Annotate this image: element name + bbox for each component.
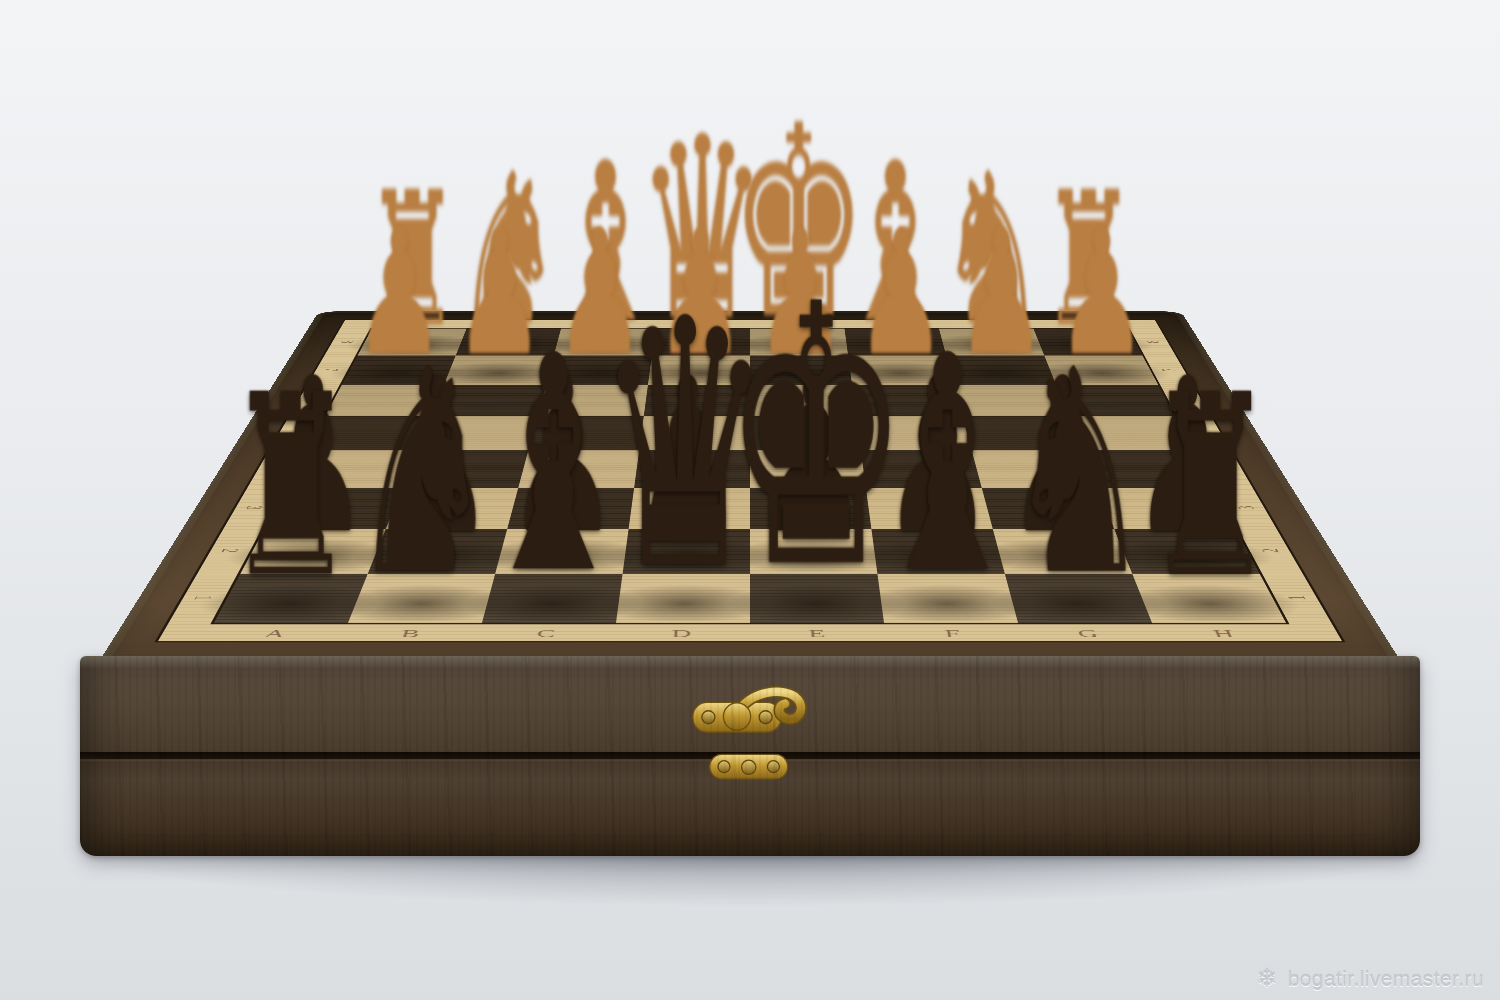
black-king-e1[interactable]: ♚ xyxy=(750,574,884,624)
rook-glyph: ♜ xyxy=(1145,373,1275,603)
rank-label-left-4: 4 xyxy=(215,462,335,475)
rank-label-right-3: 3 xyxy=(1183,501,1309,515)
rank-label-right-2: 2 xyxy=(1204,543,1337,558)
rank-label-right-8: 8 xyxy=(1102,337,1203,346)
rank-label-right-5: 5 xyxy=(1147,427,1262,439)
file-label-g: G xyxy=(1018,624,1159,642)
file-label-b: B xyxy=(340,624,481,642)
board-plane: ABCDEFGH1122334455667788 ♜♞♝♛♚♝♞♜♟♟♟♟♟♟♟… xyxy=(100,311,1400,660)
box-front xyxy=(80,656,1420,856)
watermark: ❄ bogatir.livemaster.ru xyxy=(1256,966,1484,991)
knight-glyph: ♞ xyxy=(1005,344,1151,603)
knight-glyph: ♞ xyxy=(348,344,494,603)
rank-label-right-7: 7 xyxy=(1116,365,1222,375)
pieces-layer: ♜♞♝♛♚♝♞♜♟♟♟♟♟♟♟♟♟♟♟♟♟♟♟♟♜♞♝♛♚♝♞♜ xyxy=(100,311,1400,660)
bishop-glyph: ♝ xyxy=(870,329,1025,603)
file-label-e: E xyxy=(750,624,887,642)
rank-label-right-1: 1 xyxy=(1227,590,1367,607)
rook-glyph: ♜ xyxy=(225,373,355,603)
file-label-f: F xyxy=(884,624,1023,642)
rank-label-left-3: 3 xyxy=(190,501,316,515)
file-label-h: H xyxy=(1153,624,1297,642)
rank-label-right-4: 4 xyxy=(1164,462,1284,475)
black-knight-g1[interactable]: ♞ xyxy=(1005,574,1152,624)
file-label-c: C xyxy=(477,624,616,642)
rank-label-left-5: 5 xyxy=(238,427,353,439)
clasp-icon[interactable] xyxy=(672,680,828,800)
bishop-glyph: ♝ xyxy=(476,329,631,603)
rank-label-right-6: 6 xyxy=(1131,395,1241,406)
rank-label-left-1: 1 xyxy=(133,590,273,607)
rank-label-left-6: 6 xyxy=(259,395,369,406)
photo-canvas: ABCDEFGH1122334455667788 ♜♞♝♛♚♝♞♜♟♟♟♟♟♟♟… xyxy=(0,0,1500,1000)
watermark-text: bogatir.livemaster.ru xyxy=(1288,967,1484,991)
rank-label-left-8: 8 xyxy=(296,337,397,346)
black-knight-b1[interactable]: ♞ xyxy=(348,574,495,624)
black-bishop-f1[interactable]: ♝ xyxy=(877,574,1018,624)
rank-label-left-7: 7 xyxy=(278,365,384,375)
snowflake-icon: ❄ xyxy=(1256,966,1277,991)
black-bishop-c1[interactable]: ♝ xyxy=(482,574,623,624)
file-label-a: A xyxy=(203,624,347,642)
rank-label-left-2: 2 xyxy=(163,543,296,558)
file-label-d: D xyxy=(613,624,750,642)
